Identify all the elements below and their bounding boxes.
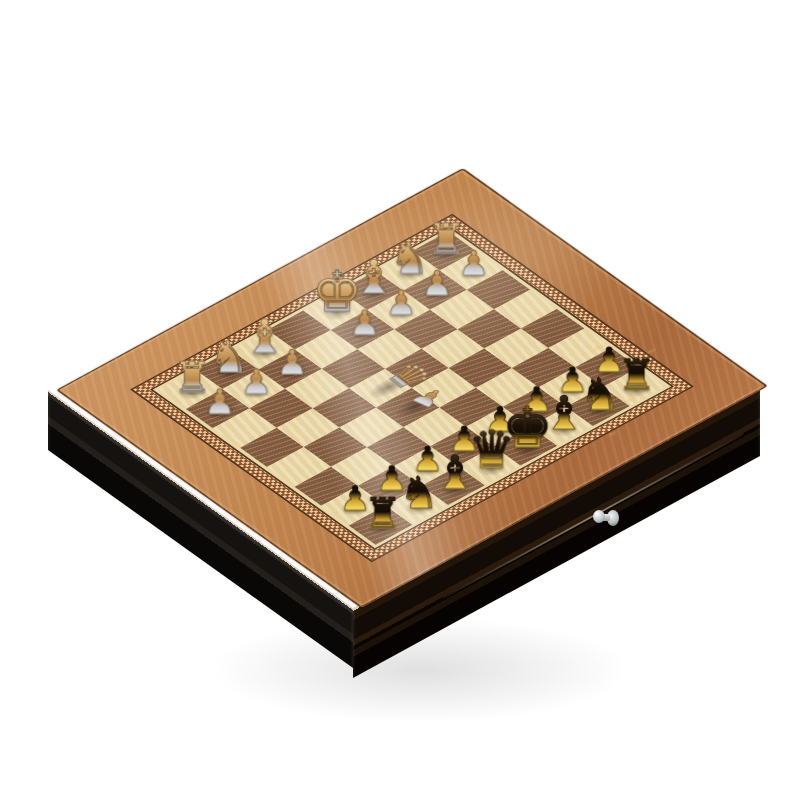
piece-black-rook-a1[interactable]: ♜ xyxy=(351,463,415,535)
drawer-knob[interactable] xyxy=(595,502,621,528)
knob-ball xyxy=(593,510,605,523)
scene: ♜♞♝♚♝♞♜♟♟♟♟♟♟♟♛♟♟♟♟♟♟♟♟♟♜♞♝♛♚♝♞♜ xyxy=(0,0,800,800)
chess-box-top: ♜♞♝♚♝♞♜♟♟♟♟♟♟♟♛♟♟♟♟♟♟♟♟♟♜♞♝♛♚♝♞♜ xyxy=(56,168,768,608)
piece-white-pawn-a7[interactable]: ♟ xyxy=(188,346,252,418)
piece-white-pawn-e7[interactable]: ♟ xyxy=(333,267,397,339)
